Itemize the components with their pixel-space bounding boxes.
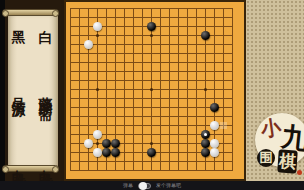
star-point <box>204 88 207 91</box>
channel-logo: 小 九 围 棋 <box>248 108 304 181</box>
black-player-column: 黑 吴清源 九段 <box>9 19 29 165</box>
danmaku-toggle[interactable] <box>138 183 151 189</box>
black-stone <box>201 139 210 148</box>
black-player-name: 吴清源 <box>12 86 26 95</box>
star-point <box>96 142 99 145</box>
black-player-rank: 九段 <box>12 159 26 165</box>
white-stone <box>93 22 102 31</box>
star-point <box>150 34 153 37</box>
black-color-label: 黑 <box>12 19 26 22</box>
scroll-roller-bottom <box>2 165 59 172</box>
black-stone <box>210 103 219 112</box>
black-stone <box>147 148 156 157</box>
video-frame[interactable]: 白 藤泽朋斋 九段 黑 吴清源 九段 小 九 围 棋 弹幕 发个弹幕吧 <box>0 0 304 190</box>
logo-char-qi: 棋 <box>277 149 298 173</box>
star-point <box>150 142 153 145</box>
logo-char-wei: 围 <box>257 149 275 167</box>
white-stone <box>210 121 219 130</box>
logo-char-xiao: 小 <box>259 114 283 144</box>
black-stone <box>201 31 210 40</box>
faint-highlight-square <box>220 122 227 129</box>
white-player-name: 藤泽朋斋 <box>39 85 53 97</box>
scroll-roller-top <box>2 9 59 16</box>
star-point <box>150 88 153 91</box>
white-stone <box>210 148 219 157</box>
white-player-column: 白 藤泽朋斋 九段 <box>36 19 56 165</box>
black-stone <box>102 148 111 157</box>
white-stone <box>93 148 102 157</box>
logo-seal-dot <box>297 170 302 175</box>
star-point <box>96 34 99 37</box>
black-stone <box>201 148 210 157</box>
white-color-label: 白 <box>39 19 53 22</box>
last-move-marker <box>204 133 207 136</box>
white-stone <box>84 139 93 148</box>
black-stone <box>111 139 120 148</box>
white-stone <box>84 40 93 49</box>
white-stone <box>93 130 102 139</box>
white-stone <box>210 139 219 148</box>
video-control-bar: 弹幕 发个弹幕吧 <box>0 181 304 190</box>
star-point <box>96 88 99 91</box>
player-name-panel: 白 藤泽朋斋 九段 黑 吴清源 九段 <box>0 0 64 181</box>
black-stone <box>111 148 120 157</box>
board-grid <box>70 8 233 171</box>
danmaku-hint: 发个弹幕吧 <box>156 183 181 188</box>
go-board <box>64 0 246 181</box>
panel-left-edge <box>0 0 5 181</box>
black-stone <box>102 139 111 148</box>
black-stone <box>201 130 210 139</box>
danmaku-label: 弹幕 <box>123 183 133 188</box>
black-stone <box>147 22 156 31</box>
danmaku-toggle-knob[interactable] <box>139 182 147 190</box>
white-player-rank: 九段 <box>39 159 53 165</box>
